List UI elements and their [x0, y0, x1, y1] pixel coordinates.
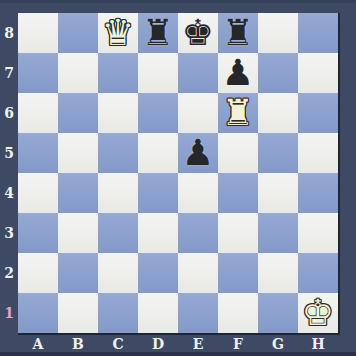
rank-label-3: 3 — [0, 213, 18, 253]
square-h3[interactable] — [298, 213, 338, 253]
square-e4[interactable] — [178, 173, 218, 213]
square-b6[interactable] — [58, 93, 98, 133]
square-b5[interactable] — [58, 133, 98, 173]
square-e6[interactable] — [178, 93, 218, 133]
square-d4[interactable] — [138, 173, 178, 213]
file-label-d: D — [138, 335, 178, 353]
square-h4[interactable] — [298, 173, 338, 213]
frame-bottom-edge — [0, 352, 356, 356]
square-h8[interactable] — [298, 13, 338, 53]
square-c7[interactable] — [98, 53, 138, 93]
square-f3[interactable] — [218, 213, 258, 253]
square-e8[interactable]: ♚ — [178, 13, 218, 53]
file-label-a: A — [18, 335, 58, 353]
rank-labels: 87654321 — [0, 13, 18, 333]
square-e1[interactable] — [178, 293, 218, 333]
square-b7[interactable] — [58, 53, 98, 93]
square-g6[interactable] — [258, 93, 298, 133]
square-e3[interactable] — [178, 213, 218, 253]
square-d5[interactable] — [138, 133, 178, 173]
square-h5[interactable] — [298, 133, 338, 173]
square-g1[interactable] — [258, 293, 298, 333]
square-h1[interactable]: ♚ — [298, 293, 338, 333]
square-a6[interactable] — [18, 93, 58, 133]
square-e2[interactable] — [178, 253, 218, 293]
chess-app-window: 87654321 ♛♜♚♜♟♜♟♚ ABCDEFGH — [0, 0, 356, 356]
chess-board: ♛♜♚♜♟♜♟♚ — [18, 13, 338, 333]
square-a2[interactable] — [18, 253, 58, 293]
square-f4[interactable] — [218, 173, 258, 213]
square-d6[interactable] — [138, 93, 178, 133]
square-f8[interactable]: ♜ — [218, 13, 258, 53]
square-b1[interactable] — [58, 293, 98, 333]
piece-white-king[interactable]: ♚ — [302, 293, 334, 333]
square-g8[interactable] — [258, 13, 298, 53]
square-c5[interactable] — [98, 133, 138, 173]
file-label-h: H — [298, 335, 338, 353]
square-f5[interactable] — [218, 133, 258, 173]
square-a5[interactable] — [18, 133, 58, 173]
piece-black-pawn[interactable]: ♟ — [182, 133, 214, 173]
square-d3[interactable] — [138, 213, 178, 253]
square-a4[interactable] — [18, 173, 58, 213]
file-label-e: E — [178, 335, 218, 353]
frame-top-edge — [0, 0, 356, 3]
square-f2[interactable] — [218, 253, 258, 293]
square-c8[interactable]: ♛ — [98, 13, 138, 53]
rank-label-8: 8 — [0, 13, 18, 53]
chess-board-frame: ♛♜♚♜♟♜♟♚ — [18, 13, 340, 335]
file-label-g: G — [258, 335, 298, 353]
piece-black-rook[interactable]: ♜ — [222, 13, 254, 53]
square-d1[interactable] — [138, 293, 178, 333]
square-g3[interactable] — [258, 213, 298, 253]
square-c6[interactable] — [98, 93, 138, 133]
square-g7[interactable] — [258, 53, 298, 93]
piece-black-rook[interactable]: ♜ — [142, 13, 174, 53]
square-c3[interactable] — [98, 213, 138, 253]
rank-label-4: 4 — [0, 173, 18, 213]
square-a7[interactable] — [18, 53, 58, 93]
square-b3[interactable] — [58, 213, 98, 253]
square-c2[interactable] — [98, 253, 138, 293]
square-f7[interactable]: ♟ — [218, 53, 258, 93]
piece-white-rook[interactable]: ♜ — [222, 93, 254, 133]
rank-label-2: 2 — [0, 253, 18, 293]
rank-label-7: 7 — [0, 53, 18, 93]
square-g5[interactable] — [258, 133, 298, 173]
square-a8[interactable] — [18, 13, 58, 53]
square-b4[interactable] — [58, 173, 98, 213]
square-g4[interactable] — [258, 173, 298, 213]
piece-black-pawn[interactable]: ♟ — [222, 53, 254, 93]
square-h2[interactable] — [298, 253, 338, 293]
square-a3[interactable] — [18, 213, 58, 253]
square-h7[interactable] — [298, 53, 338, 93]
file-label-f: F — [218, 335, 258, 353]
rank-label-1: 1 — [0, 293, 18, 333]
square-b8[interactable] — [58, 13, 98, 53]
square-f6[interactable]: ♜ — [218, 93, 258, 133]
square-d8[interactable]: ♜ — [138, 13, 178, 53]
file-label-b: B — [58, 335, 98, 353]
square-a1[interactable] — [18, 293, 58, 333]
square-e7[interactable] — [178, 53, 218, 93]
file-labels: ABCDEFGH — [18, 335, 338, 353]
piece-white-queen[interactable]: ♛ — [102, 13, 134, 53]
piece-black-king[interactable]: ♚ — [182, 13, 214, 53]
square-d2[interactable] — [138, 253, 178, 293]
square-f1[interactable] — [218, 293, 258, 333]
square-c4[interactable] — [98, 173, 138, 213]
square-h6[interactable] — [298, 93, 338, 133]
rank-label-5: 5 — [0, 133, 18, 173]
file-label-c: C — [98, 335, 138, 353]
square-b2[interactable] — [58, 253, 98, 293]
square-c1[interactable] — [98, 293, 138, 333]
square-e5[interactable]: ♟ — [178, 133, 218, 173]
rank-label-6: 6 — [0, 93, 18, 133]
square-g2[interactable] — [258, 253, 298, 293]
square-d7[interactable] — [138, 53, 178, 93]
